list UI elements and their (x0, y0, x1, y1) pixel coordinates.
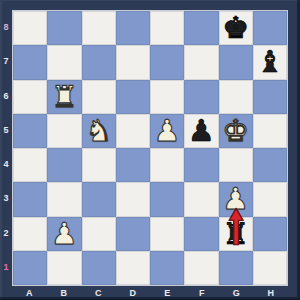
square-c7[interactable] (82, 45, 116, 79)
square-g3[interactable]: ♟ (219, 182, 253, 216)
square-c5[interactable]: ♞ (82, 114, 116, 148)
white-knight-c5[interactable]: ♞ (85, 114, 112, 148)
white-pawn-g3[interactable]: ♟ (222, 182, 249, 216)
square-h8[interactable] (253, 11, 287, 45)
square-c3[interactable] (82, 182, 116, 216)
square-g6[interactable] (219, 80, 253, 114)
square-d6[interactable] (116, 80, 150, 114)
square-g5[interactable]: ♚ (219, 114, 253, 148)
square-h2[interactable] (253, 217, 287, 251)
square-f1[interactable] (184, 251, 218, 285)
square-e3[interactable] (150, 182, 184, 216)
black-rook-g2[interactable]: ♜ (222, 217, 249, 251)
black-king-g8[interactable]: ♚ (222, 11, 249, 45)
file-label-a: A (12, 286, 47, 300)
square-b6[interactable]: ♜ (47, 80, 81, 114)
square-b1[interactable] (47, 251, 81, 285)
square-b4[interactable] (47, 148, 81, 182)
square-h6[interactable] (253, 80, 287, 114)
square-e8[interactable] (150, 11, 184, 45)
rank-labels: 87654321 (0, 10, 12, 284)
square-h7[interactable]: ♝ (253, 45, 287, 79)
square-h4[interactable] (253, 148, 287, 182)
square-f5[interactable]: ♟ (184, 114, 218, 148)
file-label-b: B (47, 286, 82, 300)
rank-label-8: 8 (0, 10, 12, 44)
square-d4[interactable] (116, 148, 150, 182)
rank-label-3: 3 (0, 181, 12, 215)
square-b5[interactable] (47, 114, 81, 148)
square-h5[interactable] (253, 114, 287, 148)
white-pawn-e5[interactable]: ♟ (154, 114, 181, 148)
square-a6[interactable] (13, 80, 47, 114)
square-a4[interactable] (13, 148, 47, 182)
square-h3[interactable] (253, 182, 287, 216)
file-label-d: D (116, 286, 151, 300)
square-d3[interactable] (116, 182, 150, 216)
rank-label-7: 7 (0, 44, 12, 78)
square-f2[interactable] (184, 217, 218, 251)
square-f7[interactable] (184, 45, 218, 79)
square-c8[interactable] (82, 11, 116, 45)
file-label-e: E (150, 286, 185, 300)
square-e5[interactable]: ♟ (150, 114, 184, 148)
square-g7[interactable] (219, 45, 253, 79)
chess-diagram: 87654321 ♚♝♜♞♟♟♚♟♟♜ ABCDEFGH (0, 0, 300, 300)
square-g2[interactable]: ♜ (219, 217, 253, 251)
file-label-c: C (81, 286, 116, 300)
square-f8[interactable] (184, 11, 218, 45)
square-e1[interactable] (150, 251, 184, 285)
square-a8[interactable] (13, 11, 47, 45)
square-a7[interactable] (13, 45, 47, 79)
square-e4[interactable] (150, 148, 184, 182)
square-c2[interactable] (82, 217, 116, 251)
rank-label-5: 5 (0, 113, 12, 147)
square-c4[interactable] (82, 148, 116, 182)
square-d1[interactable] (116, 251, 150, 285)
black-bishop-h7[interactable]: ♝ (256, 45, 283, 79)
rank-label-2: 2 (0, 216, 12, 250)
square-g8[interactable]: ♚ (219, 11, 253, 45)
chess-board: ♚♝♜♞♟♟♚♟♟♜ (12, 10, 288, 286)
white-pawn-b2[interactable]: ♟ (51, 217, 78, 251)
square-a5[interactable] (13, 114, 47, 148)
file-label-g: G (219, 286, 254, 300)
square-d5[interactable] (116, 114, 150, 148)
white-rook-b6[interactable]: ♜ (51, 80, 78, 114)
rank-label-6: 6 (0, 79, 12, 113)
square-h1[interactable] (253, 251, 287, 285)
square-b2[interactable]: ♟ (47, 217, 81, 251)
square-d8[interactable] (116, 11, 150, 45)
white-king-g5[interactable]: ♚ (222, 114, 249, 148)
square-a2[interactable] (13, 217, 47, 251)
square-e7[interactable] (150, 45, 184, 79)
square-b8[interactable] (47, 11, 81, 45)
black-pawn-f5[interactable]: ♟ (188, 114, 215, 148)
square-b3[interactable] (47, 182, 81, 216)
file-labels: ABCDEFGH (12, 286, 288, 300)
square-d7[interactable] (116, 45, 150, 79)
square-e6[interactable] (150, 80, 184, 114)
square-a3[interactable] (13, 182, 47, 216)
square-g4[interactable] (219, 148, 253, 182)
file-label-h: H (254, 286, 289, 300)
square-f3[interactable] (184, 182, 218, 216)
rank-label-4: 4 (0, 147, 12, 181)
square-c6[interactable] (82, 80, 116, 114)
square-b7[interactable] (47, 45, 81, 79)
square-e2[interactable] (150, 217, 184, 251)
square-d2[interactable] (116, 217, 150, 251)
square-f6[interactable] (184, 80, 218, 114)
square-g1[interactable] (219, 251, 253, 285)
square-a1[interactable] (13, 251, 47, 285)
square-f4[interactable] (184, 148, 218, 182)
rank-label-1: 1 (0, 250, 12, 284)
file-label-f: F (185, 286, 220, 300)
square-c1[interactable] (82, 251, 116, 285)
